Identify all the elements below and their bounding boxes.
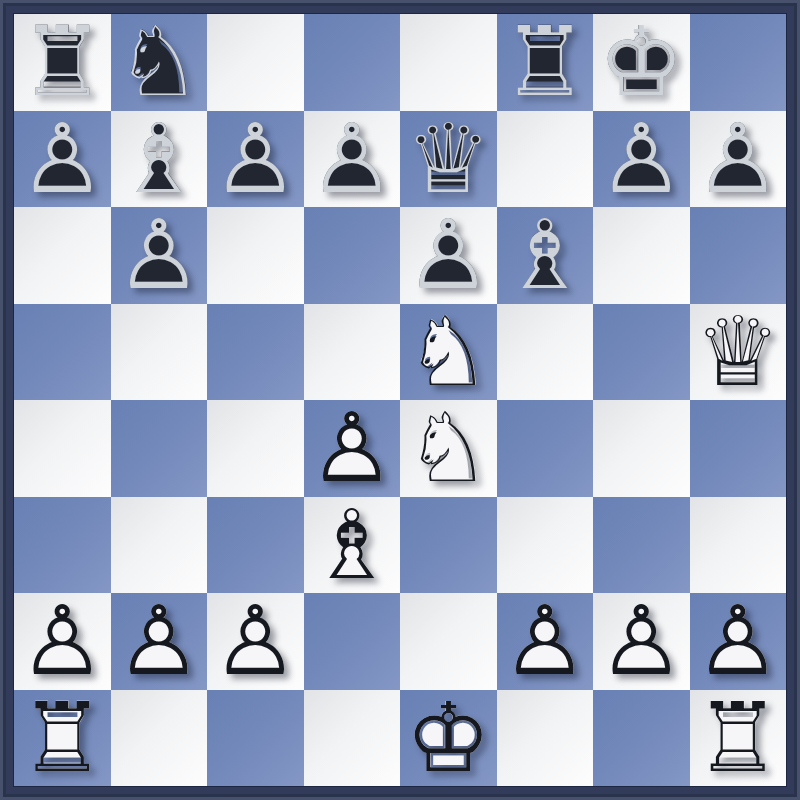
square-e6[interactable]: ♟♙ <box>400 207 497 304</box>
square-g4[interactable] <box>593 400 690 497</box>
black-bishop-detail-icon: ♗ <box>111 111 208 208</box>
white-pawn-detail-icon: ♙ <box>593 593 690 690</box>
square-h3[interactable] <box>690 497 787 594</box>
square-a3[interactable] <box>14 497 111 594</box>
black-pawn-detail-icon: ♙ <box>14 111 111 208</box>
square-h5[interactable]: ♛♕ <box>690 304 787 401</box>
piece-white-pawn[interactable]: ♟♙ <box>497 593 594 690</box>
square-d5[interactable] <box>304 304 401 401</box>
piece-black-rook[interactable]: ♜♖ <box>497 14 594 111</box>
black-knight-detail-icon: ♘ <box>111 14 208 111</box>
square-e3[interactable] <box>400 497 497 594</box>
square-c2[interactable]: ♟♙ <box>207 593 304 690</box>
white-pawn-detail-icon: ♙ <box>111 593 208 690</box>
square-e2[interactable] <box>400 593 497 690</box>
square-b3[interactable] <box>111 497 208 594</box>
square-d4[interactable]: ♟♙ <box>304 400 401 497</box>
square-e1[interactable]: ♚♔ <box>400 690 497 787</box>
piece-white-knight[interactable]: ♞♘ <box>400 400 497 497</box>
black-pawn-detail-icon: ♙ <box>400 207 497 304</box>
square-g8[interactable]: ♚♔ <box>593 14 690 111</box>
square-e8[interactable] <box>400 14 497 111</box>
piece-white-rook[interactable]: ♜♖ <box>690 690 787 787</box>
square-c8[interactable] <box>207 14 304 111</box>
square-d7[interactable]: ♟♙ <box>304 111 401 208</box>
square-c1[interactable] <box>207 690 304 787</box>
white-pawn-detail-icon: ♙ <box>207 593 304 690</box>
square-h6[interactable] <box>690 207 787 304</box>
piece-black-pawn[interactable]: ♟♙ <box>14 111 111 208</box>
square-g1[interactable] <box>593 690 690 787</box>
piece-black-bishop[interactable]: ♝♗ <box>497 207 594 304</box>
piece-white-bishop[interactable]: ♝♗ <box>304 497 401 594</box>
square-b5[interactable] <box>111 304 208 401</box>
white-knight-detail-icon: ♘ <box>400 304 497 401</box>
black-pawn-detail-icon: ♙ <box>304 111 401 208</box>
square-a5[interactable] <box>14 304 111 401</box>
square-e7[interactable]: ♛♕ <box>400 111 497 208</box>
square-b7[interactable]: ♝♗ <box>111 111 208 208</box>
square-f8[interactable]: ♜♖ <box>497 14 594 111</box>
square-f1[interactable] <box>497 690 594 787</box>
piece-white-pawn[interactable]: ♟♙ <box>593 593 690 690</box>
white-knight-detail-icon: ♘ <box>400 400 497 497</box>
white-pawn-detail-icon: ♙ <box>14 593 111 690</box>
piece-black-bishop[interactable]: ♝♗ <box>111 111 208 208</box>
board-frame: ♜♖♞♘♜♖♚♔♟♙♝♗♟♙♟♙♛♕♟♙♟♙♟♙♟♙♝♗♞♘♛♕♟♙♞♘♝♗♟♙… <box>0 0 800 800</box>
square-a2[interactable]: ♟♙ <box>14 593 111 690</box>
square-h1[interactable]: ♜♖ <box>690 690 787 787</box>
black-pawn-detail-icon: ♙ <box>690 111 787 208</box>
piece-black-pawn[interactable]: ♟♙ <box>111 207 208 304</box>
piece-white-rook[interactable]: ♜♖ <box>14 690 111 787</box>
square-b2[interactable]: ♟♙ <box>111 593 208 690</box>
square-g6[interactable] <box>593 207 690 304</box>
black-queen-detail-icon: ♕ <box>400 111 497 208</box>
piece-black-knight[interactable]: ♞♘ <box>111 14 208 111</box>
piece-black-pawn[interactable]: ♟♙ <box>207 111 304 208</box>
square-e4[interactable]: ♞♘ <box>400 400 497 497</box>
piece-white-knight[interactable]: ♞♘ <box>400 304 497 401</box>
white-king-detail-icon: ♔ <box>400 690 497 787</box>
square-b1[interactable] <box>111 690 208 787</box>
square-f5[interactable] <box>497 304 594 401</box>
piece-black-pawn[interactable]: ♟♙ <box>593 111 690 208</box>
white-pawn-detail-icon: ♙ <box>304 400 401 497</box>
black-rook-detail-icon: ♖ <box>14 14 111 111</box>
black-rook-detail-icon: ♖ <box>497 14 594 111</box>
square-d6[interactable] <box>304 207 401 304</box>
square-h2[interactable]: ♟♙ <box>690 593 787 690</box>
piece-black-rook[interactable]: ♜♖ <box>14 14 111 111</box>
square-c4[interactable] <box>207 400 304 497</box>
piece-white-pawn[interactable]: ♟♙ <box>207 593 304 690</box>
piece-white-pawn[interactable]: ♟♙ <box>304 400 401 497</box>
piece-black-pawn[interactable]: ♟♙ <box>304 111 401 208</box>
piece-black-pawn[interactable]: ♟♙ <box>400 207 497 304</box>
square-a8[interactable]: ♜♖ <box>14 14 111 111</box>
square-e5[interactable]: ♞♘ <box>400 304 497 401</box>
square-f4[interactable] <box>497 400 594 497</box>
square-c5[interactable] <box>207 304 304 401</box>
piece-black-pawn[interactable]: ♟♙ <box>690 111 787 208</box>
square-g3[interactable] <box>593 497 690 594</box>
white-pawn-detail-icon: ♙ <box>690 593 787 690</box>
square-a1[interactable]: ♜♖ <box>14 690 111 787</box>
piece-white-queen[interactable]: ♛♕ <box>690 304 787 401</box>
white-bishop-detail-icon: ♗ <box>304 497 401 594</box>
square-d8[interactable] <box>304 14 401 111</box>
black-pawn-detail-icon: ♙ <box>111 207 208 304</box>
piece-white-pawn[interactable]: ♟♙ <box>14 593 111 690</box>
square-f3[interactable] <box>497 497 594 594</box>
piece-black-queen[interactable]: ♛♕ <box>400 111 497 208</box>
square-c6[interactable] <box>207 207 304 304</box>
black-bishop-detail-icon: ♗ <box>497 207 594 304</box>
square-f6[interactable]: ♝♗ <box>497 207 594 304</box>
square-f7[interactable] <box>497 111 594 208</box>
square-h7[interactable]: ♟♙ <box>690 111 787 208</box>
black-pawn-detail-icon: ♙ <box>207 111 304 208</box>
square-d3[interactable]: ♝♗ <box>304 497 401 594</box>
black-king-detail-icon: ♔ <box>593 14 690 111</box>
square-b4[interactable] <box>111 400 208 497</box>
white-queen-detail-icon: ♕ <box>690 304 787 401</box>
piece-white-pawn[interactable]: ♟♙ <box>690 593 787 690</box>
square-h8[interactable] <box>690 14 787 111</box>
white-rook-detail-icon: ♖ <box>690 690 787 787</box>
white-rook-detail-icon: ♖ <box>14 690 111 787</box>
square-c3[interactable] <box>207 497 304 594</box>
square-b6[interactable]: ♟♙ <box>111 207 208 304</box>
square-d1[interactable] <box>304 690 401 787</box>
square-d2[interactable] <box>304 593 401 690</box>
square-b8[interactable]: ♞♘ <box>111 14 208 111</box>
piece-white-king[interactable]: ♚♔ <box>400 690 497 787</box>
black-pawn-detail-icon: ♙ <box>593 111 690 208</box>
square-g2[interactable]: ♟♙ <box>593 593 690 690</box>
square-a4[interactable] <box>14 400 111 497</box>
square-h4[interactable] <box>690 400 787 497</box>
square-a7[interactable]: ♟♙ <box>14 111 111 208</box>
piece-white-pawn[interactable]: ♟♙ <box>111 593 208 690</box>
square-g5[interactable] <box>593 304 690 401</box>
square-c7[interactable]: ♟♙ <box>207 111 304 208</box>
square-f2[interactable]: ♟♙ <box>497 593 594 690</box>
white-pawn-detail-icon: ♙ <box>497 593 594 690</box>
square-a6[interactable] <box>14 207 111 304</box>
square-g7[interactable]: ♟♙ <box>593 111 690 208</box>
piece-black-king[interactable]: ♚♔ <box>593 14 690 111</box>
chess-board: ♜♖♞♘♜♖♚♔♟♙♝♗♟♙♟♙♛♕♟♙♟♙♟♙♟♙♝♗♞♘♛♕♟♙♞♘♝♗♟♙… <box>14 14 786 786</box>
